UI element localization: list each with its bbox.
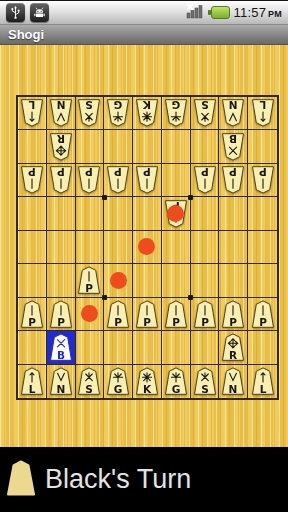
cell-r5c7[interactable]: [191, 231, 220, 264]
svg-text:N: N: [56, 99, 65, 111]
cell-r8c6[interactable]: [162, 331, 191, 364]
svg-text:L: L: [28, 99, 35, 111]
star-point: [188, 195, 193, 200]
star-point: [102, 195, 107, 200]
piece-black-N[interactable]: N: [47, 365, 75, 398]
cell-r9c7[interactable]: S: [191, 365, 220, 398]
cell-r1c8[interactable]: N: [219, 97, 248, 130]
shogi-board[interactable]: LNSGKGSNLRBPPPPPPPPPPPPPPPPPPBRLNSGKGSNL: [16, 95, 279, 400]
cell-r7c2[interactable]: P: [47, 298, 76, 331]
svg-text:L: L: [29, 383, 36, 395]
clock: 11:57PM: [234, 5, 282, 20]
cell-r8c3[interactable]: [76, 331, 105, 364]
cell-r9c5[interactable]: K: [133, 365, 162, 398]
piece-black-P[interactable]: P: [248, 298, 277, 330]
piece-black-L[interactable]: L: [248, 365, 277, 398]
cell-r5c5[interactable]: [133, 231, 162, 264]
piece-white-P[interactable]: P: [191, 164, 219, 196]
cell-r5c9[interactable]: [248, 231, 277, 264]
svg-text:P: P: [114, 316, 122, 328]
piece-white-L[interactable]: L: [18, 97, 46, 129]
piece-white-P[interactable]: P: [47, 164, 75, 196]
svg-text:P: P: [201, 316, 209, 328]
cell-r4c6[interactable]: P: [162, 197, 191, 230]
svg-text:B: B: [229, 133, 237, 145]
cell-r8c4[interactable]: [104, 331, 133, 364]
piece-black-K[interactable]: K: [133, 365, 161, 398]
svg-text:S: S: [201, 383, 209, 395]
cell-r7c1[interactable]: P: [18, 298, 47, 331]
black-piece-icon: [7, 460, 35, 500]
cell-r6c3[interactable]: P: [76, 264, 105, 297]
cell-r2c8[interactable]: B: [219, 130, 248, 163]
cell-r5c6[interactable]: [162, 231, 191, 264]
cell-r1c2[interactable]: N: [47, 97, 76, 130]
cell-r7c5[interactable]: P: [133, 298, 162, 331]
svg-text:G: G: [114, 99, 123, 111]
svg-text:N: N: [229, 383, 238, 395]
cell-r7c8[interactable]: P: [219, 298, 248, 331]
battery-icon: [211, 6, 230, 19]
cell-r4c8[interactable]: [219, 197, 248, 230]
piece-white-N[interactable]: N: [47, 97, 75, 129]
no-signal-icon: [186, 3, 204, 23]
piece-black-P[interactable]: P: [76, 264, 104, 296]
svg-text:P: P: [143, 316, 151, 328]
piece-black-P[interactable]: P: [133, 298, 161, 330]
cell-r3c7[interactable]: P: [191, 164, 220, 197]
clock-period: PM: [268, 9, 282, 19]
title-bar: Shogi: [0, 25, 288, 45]
piece-black-P[interactable]: P: [162, 298, 190, 330]
svg-text:N: N: [56, 383, 65, 395]
piece-white-K[interactable]: K: [133, 97, 161, 129]
piece-white-P[interactable]: P: [219, 164, 247, 196]
piece-black-S[interactable]: S: [76, 365, 104, 398]
cell-r4c4[interactable]: [104, 197, 133, 230]
piece-black-L[interactable]: L: [18, 365, 46, 398]
cell-r7c7[interactable]: P: [191, 298, 220, 331]
cell-r2c1[interactable]: [18, 130, 47, 163]
cell-r3c4[interactable]: P: [104, 164, 133, 197]
cell-r1c1[interactable]: L: [18, 97, 47, 130]
cell-r1c6[interactable]: G: [162, 97, 191, 130]
piece-white-B[interactable]: B: [219, 130, 247, 162]
cell-r9c3[interactable]: S: [76, 365, 105, 398]
cell-r3c6[interactable]: [162, 164, 191, 197]
piece-white-S[interactable]: S: [76, 97, 104, 129]
piece-black-P[interactable]: P: [104, 298, 132, 330]
piece-black-P[interactable]: P: [47, 298, 75, 330]
piece-white-G[interactable]: G: [162, 97, 190, 129]
cell-r5c3[interactable]: [76, 231, 105, 264]
piece-white-N[interactable]: N: [219, 97, 247, 129]
board-area: LNSGKGSNLRBPPPPPPPPPPPPPPPPPPBRLNSGKGSNL: [0, 45, 288, 447]
piece-black-P[interactable]: P: [191, 298, 219, 330]
cell-r6c9[interactable]: [248, 264, 277, 297]
cell-r4c7[interactable]: [191, 197, 220, 230]
svg-text:K: K: [142, 99, 151, 111]
cell-r8c5[interactable]: [133, 331, 162, 364]
cell-r6c5[interactable]: [133, 264, 162, 297]
piece-white-L[interactable]: L: [248, 97, 277, 129]
cell-r2c5[interactable]: [133, 130, 162, 163]
svg-text:P: P: [57, 166, 65, 178]
cell-r6c6[interactable]: [162, 264, 191, 297]
piece-white-P[interactable]: P: [18, 164, 46, 196]
svg-text:P: P: [57, 316, 65, 328]
cell-r8c7[interactable]: [191, 331, 220, 364]
svg-text:P: P: [229, 166, 237, 178]
cell-r4c5[interactable]: [133, 197, 162, 230]
cell-r2c4[interactable]: [104, 130, 133, 163]
cell-r4c2[interactable]: [47, 197, 76, 230]
svg-text:P: P: [258, 166, 266, 178]
cell-r5c2[interactable]: [47, 231, 76, 264]
android-debug-icon: [30, 3, 49, 22]
cell-r3c3[interactable]: P: [76, 164, 105, 197]
svg-text:R: R: [229, 349, 237, 361]
cell-r1c3[interactable]: S: [76, 97, 105, 130]
svg-text:P: P: [172, 316, 180, 328]
phone-screen: 11:57PM Shogi LNSGKGSNLRBPPPPPPPPPPPPPPP…: [0, 0, 288, 512]
cell-r7c4[interactable]: P: [104, 298, 133, 331]
piece-white-P[interactable]: P: [104, 164, 132, 196]
piece-black-P[interactable]: P: [18, 298, 46, 330]
svg-text:P: P: [28, 316, 36, 328]
cell-r8c9[interactable]: [248, 331, 277, 364]
cell-r3c1[interactable]: P: [18, 164, 47, 197]
svg-text:B: B: [57, 349, 65, 361]
cell-r9c9[interactable]: L: [248, 365, 277, 398]
piece-black-G[interactable]: G: [104, 365, 132, 398]
piece-black-P[interactable]: P: [219, 298, 247, 330]
svg-text:L: L: [259, 99, 266, 111]
cell-r2c6[interactable]: [162, 130, 191, 163]
piece-white-G[interactable]: G: [104, 97, 132, 129]
cell-r2c9[interactable]: [248, 130, 277, 163]
cell-r4c9[interactable]: [248, 197, 277, 230]
cell-r9c1[interactable]: L: [18, 365, 47, 398]
cell-r5c1[interactable]: [18, 231, 47, 264]
cell-r3c9[interactable]: P: [248, 164, 277, 197]
usb-icon: [6, 3, 25, 22]
svg-text:N: N: [229, 99, 238, 111]
move-hint[interactable]: [81, 305, 98, 322]
svg-text:G: G: [171, 383, 180, 395]
svg-text:G: G: [171, 99, 180, 111]
svg-text:P: P: [114, 166, 122, 178]
cell-r6c4[interactable]: [104, 264, 133, 297]
cell-r3c8[interactable]: P: [219, 164, 248, 197]
piece-white-S[interactable]: S: [191, 97, 219, 129]
cell-r7c9[interactable]: P: [248, 298, 277, 331]
cell-r9c6[interactable]: G: [162, 365, 191, 398]
cell-r5c4[interactable]: [104, 231, 133, 264]
piece-black-G[interactable]: G: [162, 365, 190, 398]
cell-r6c1[interactable]: [18, 264, 47, 297]
cell-r1c7[interactable]: S: [191, 97, 220, 130]
svg-text:P: P: [28, 166, 36, 178]
cell-r3c5[interactable]: P: [133, 164, 162, 197]
svg-text:K: K: [143, 383, 152, 395]
piece-white-P[interactable]: P: [76, 164, 104, 196]
piece-black-N[interactable]: N: [219, 365, 247, 398]
piece-black-R[interactable]: R: [219, 331, 247, 363]
cell-r7c6[interactable]: P: [162, 298, 191, 331]
cell-r1c5[interactable]: K: [133, 97, 162, 130]
svg-text:L: L: [259, 383, 266, 395]
status-bar: 11:57PM: [0, 0, 288, 25]
star-point: [102, 295, 107, 300]
svg-text:P: P: [143, 166, 151, 178]
cell-r3c2[interactable]: P: [47, 164, 76, 197]
cell-r1c9[interactable]: L: [248, 97, 277, 130]
cell-r8c8[interactable]: R: [219, 331, 248, 364]
svg-text:S: S: [201, 99, 209, 111]
svg-text:P: P: [85, 166, 93, 178]
turn-bar: Black's Turn: [0, 447, 288, 512]
cell-r8c1[interactable]: [18, 331, 47, 364]
cell-r8c2[interactable]: B: [47, 331, 76, 364]
star-point: [188, 295, 193, 300]
svg-text:P: P: [200, 166, 208, 178]
cell-r4c3[interactable]: [76, 197, 105, 230]
svg-text:P: P: [86, 282, 94, 294]
cell-r2c7[interactable]: [191, 130, 220, 163]
cell-r9c8[interactable]: N: [219, 365, 248, 398]
piece-black-B[interactable]: B: [47, 331, 75, 363]
cell-r7c3[interactable]: [76, 298, 105, 331]
move-hint[interactable]: [110, 272, 127, 289]
svg-text:S: S: [86, 383, 94, 395]
svg-text:G: G: [114, 383, 123, 395]
piece-white-P[interactable]: P: [133, 164, 161, 196]
svg-text:S: S: [86, 99, 94, 111]
svg-text:P: P: [229, 316, 237, 328]
turn-label: Black's Turn: [45, 464, 191, 495]
app-title: Shogi: [0, 27, 44, 42]
move-hint[interactable]: [138, 238, 155, 255]
cell-r2c2[interactable]: R: [47, 130, 76, 163]
svg-text:R: R: [57, 133, 65, 145]
cell-r1c4[interactable]: G: [104, 97, 133, 130]
cell-r5c8[interactable]: [219, 231, 248, 264]
cell-r6c2[interactable]: [47, 264, 76, 297]
piece-white-P[interactable]: P: [248, 164, 277, 196]
cell-r6c8[interactable]: [219, 264, 248, 297]
piece-white-R[interactable]: R: [47, 130, 75, 162]
cell-r6c7[interactable]: [191, 264, 220, 297]
svg-text:P: P: [259, 316, 267, 328]
cell-r9c2[interactable]: N: [47, 365, 76, 398]
cell-r4c1[interactable]: [18, 197, 47, 230]
piece-black-S[interactable]: S: [191, 365, 219, 398]
cell-r9c4[interactable]: G: [104, 365, 133, 398]
cell-r2c3[interactable]: [76, 130, 105, 163]
